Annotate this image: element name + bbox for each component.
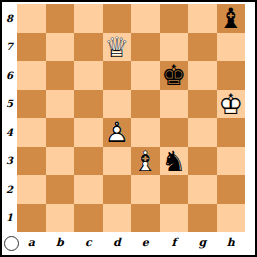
square-c8[interactable] [74,4,103,33]
square-a8[interactable] [17,4,46,33]
square-e4[interactable] [131,118,160,147]
rank-labels: 87654321 [2,4,17,232]
black-king-icon: ♚ [160,62,189,91]
square-b3[interactable] [46,147,75,176]
file-label-h: h [217,232,246,253]
square-h3[interactable] [217,147,246,176]
square-b2[interactable] [46,175,75,204]
square-h8[interactable]: ♝ [217,4,246,33]
white-queen-icon: ♕ [103,34,132,63]
file-label-g: g [188,232,217,253]
square-c1[interactable] [74,204,103,233]
square-g1[interactable] [188,204,217,233]
chess-diagram: ♝♛♕♚♚♔♟♙♝♗♞ 87654321 abcdefgh [0,0,257,257]
file-label-c: c [74,232,103,253]
white-to-move-indicator [4,236,19,251]
square-a2[interactable] [17,175,46,204]
square-e6[interactable] [131,61,160,90]
rank-label-6: 6 [2,61,17,90]
white-pawn-fill: ♟ [103,119,132,148]
white-queen[interactable]: ♛♕ [103,33,132,62]
white-bishop-fill: ♝ [131,148,160,177]
square-g3[interactable] [188,147,217,176]
square-g5[interactable] [188,90,217,119]
black-knight-icon: ♞ [160,148,189,177]
white-bishop-icon: ♗ [131,148,160,177]
square-f1[interactable] [160,204,189,233]
white-king-fill: ♚ [217,91,246,120]
square-e7[interactable] [131,33,160,62]
square-h1[interactable] [217,204,246,233]
square-e1[interactable] [131,204,160,233]
chess-board: ♝♛♕♚♚♔♟♙♝♗♞ [17,4,245,232]
file-label-b: b [46,232,75,253]
square-d3[interactable] [103,147,132,176]
square-d5[interactable] [103,90,132,119]
square-d4[interactable]: ♟♙ [103,118,132,147]
square-b6[interactable] [46,61,75,90]
square-h4[interactable] [217,118,246,147]
square-a3[interactable] [17,147,46,176]
square-d6[interactable] [103,61,132,90]
black-bishop-icon: ♝ [217,5,246,34]
square-h5[interactable]: ♚♔ [217,90,246,119]
file-label-d: d [103,232,132,253]
white-king-icon: ♔ [217,91,246,120]
square-a7[interactable] [17,33,46,62]
square-d8[interactable] [103,4,132,33]
white-pawn[interactable]: ♟♙ [103,118,132,147]
square-a4[interactable] [17,118,46,147]
file-label-e: e [131,232,160,253]
square-a1[interactable] [17,204,46,233]
rank-label-7: 7 [2,33,17,62]
square-h2[interactable] [217,175,246,204]
square-g6[interactable] [188,61,217,90]
square-b5[interactable] [46,90,75,119]
square-f5[interactable] [160,90,189,119]
rank-label-8: 8 [2,4,17,33]
square-f2[interactable] [160,175,189,204]
white-bishop[interactable]: ♝♗ [131,147,160,176]
square-f6[interactable]: ♚ [160,61,189,90]
square-f8[interactable] [160,4,189,33]
square-b4[interactable] [46,118,75,147]
rank-label-4: 4 [2,118,17,147]
square-g4[interactable] [188,118,217,147]
black-king[interactable]: ♚ [160,61,189,90]
square-c2[interactable] [74,175,103,204]
file-label-a: a [17,232,46,253]
rank-label-3: 3 [2,147,17,176]
square-b1[interactable] [46,204,75,233]
square-h7[interactable] [217,33,246,62]
square-f4[interactable] [160,118,189,147]
white-king[interactable]: ♚♔ [217,90,246,119]
square-f7[interactable] [160,33,189,62]
square-c3[interactable] [74,147,103,176]
square-e3[interactable]: ♝♗ [131,147,160,176]
square-a6[interactable] [17,61,46,90]
square-g2[interactable] [188,175,217,204]
white-pawn-icon: ♙ [103,119,132,148]
square-e2[interactable] [131,175,160,204]
square-c5[interactable] [74,90,103,119]
square-d1[interactable] [103,204,132,233]
rank-label-2: 2 [2,175,17,204]
square-c7[interactable] [74,33,103,62]
square-g8[interactable] [188,4,217,33]
square-c6[interactable] [74,61,103,90]
square-a5[interactable] [17,90,46,119]
square-h6[interactable] [217,61,246,90]
rank-label-5: 5 [2,90,17,119]
square-e5[interactable] [131,90,160,119]
rank-label-1: 1 [2,204,17,233]
file-label-f: f [160,232,189,253]
black-knight[interactable]: ♞ [160,147,189,176]
square-b8[interactable] [46,4,75,33]
square-c4[interactable] [74,118,103,147]
square-d7[interactable]: ♛♕ [103,33,132,62]
square-f3[interactable]: ♞ [160,147,189,176]
square-g7[interactable] [188,33,217,62]
square-d2[interactable] [103,175,132,204]
square-e8[interactable] [131,4,160,33]
black-bishop[interactable]: ♝ [217,4,246,33]
white-queen-fill: ♛ [103,34,132,63]
file-labels: abcdefgh [17,232,245,253]
square-b7[interactable] [46,33,75,62]
